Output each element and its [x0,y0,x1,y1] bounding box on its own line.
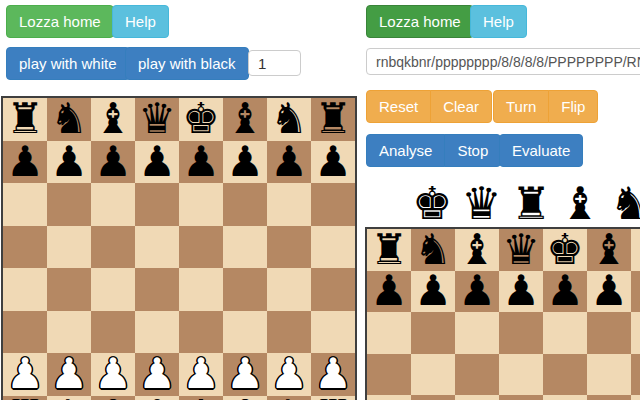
board-square[interactable] [311,183,355,226]
board-square[interactable]: ♝ [223,98,267,141]
board-square[interactable] [47,183,91,226]
board-square[interactable] [411,395,455,400]
board-square[interactable] [631,312,640,354]
board-square[interactable] [223,311,267,354]
white-pawn[interactable]: ♟ [50,353,88,395]
board-square[interactable] [311,226,355,269]
black-rook[interactable]: ♜ [314,98,352,140]
white-king[interactable]: ♚ [182,396,220,400]
board-square[interactable]: ♛ [499,229,543,271]
black-knight[interactable]: ♞ [634,229,640,271]
board-square[interactable]: ♟ [587,271,631,313]
board-square[interactable]: ♞ [47,98,91,141]
black-rook[interactable]: ♜ [370,229,408,271]
board-square[interactable] [135,311,179,354]
board-square[interactable] [367,312,411,354]
board-square[interactable] [47,311,91,354]
board-square[interactable]: ♚ [543,229,587,271]
palette-black-knight[interactable]: ♞ [609,181,640,226]
board-square[interactable] [135,183,179,226]
board-square[interactable]: ♚ [179,396,223,400]
black-bishop[interactable]: ♝ [590,229,628,271]
palette-black-bishop[interactable]: ♝ [560,181,600,226]
black-pawn[interactable]: ♟ [370,270,408,312]
board-square[interactable]: ♝ [223,396,267,400]
board-square[interactable]: ♟ [91,353,135,396]
board-square[interactable]: ♟ [267,141,311,184]
play-with-white-button[interactable]: play with white [6,47,130,80]
reset-clear-group: Reset Clear [366,90,492,123]
board-square[interactable] [455,354,499,396]
black-pawn[interactable]: ♟ [546,270,584,312]
board-square[interactable]: ♝ [91,98,135,141]
board-square[interactable] [3,311,47,354]
board-square[interactable]: ♜ [3,98,47,141]
white-pawn[interactable]: ♟ [226,353,264,395]
board-square[interactable] [179,226,223,269]
board-square[interactable] [223,183,267,226]
board-square[interactable] [267,268,311,311]
white-pawn[interactable]: ♟ [138,353,176,395]
board-square[interactable]: ♞ [411,229,455,271]
board-square[interactable]: ♞ [267,396,311,400]
board-square[interactable]: ♟ [91,141,135,184]
board-square[interactable] [499,354,543,396]
help-button[interactable]: Help [470,5,527,38]
board-square[interactable]: ♜ [367,229,411,271]
board-square[interactable]: ♟ [223,141,267,184]
board-square[interactable] [91,226,135,269]
board-square[interactable] [499,312,543,354]
black-pawn[interactable]: ♟ [182,141,220,183]
board-square[interactable]: ♟ [311,353,355,396]
board-square[interactable]: ♛ [135,98,179,141]
board-square[interactable] [543,395,587,400]
white-queen[interactable]: ♛ [138,396,176,400]
board-square[interactable]: ♟ [311,141,355,184]
board-square[interactable]: ♞ [267,98,311,141]
board-square[interactable] [367,354,411,396]
board-square[interactable]: ♝ [455,229,499,271]
board-square[interactable]: ♞ [47,396,91,400]
white-knight[interactable]: ♞ [50,396,88,400]
board-square[interactable] [367,395,411,400]
stop-button[interactable]: Stop [444,134,501,167]
board-square[interactable]: ♟ [179,141,223,184]
palette-black-queen[interactable]: ♛ [461,181,501,226]
black-pawn[interactable]: ♟ [634,270,640,312]
board-square[interactable]: ♚ [179,98,223,141]
board-square[interactable]: ♟ [631,271,640,313]
board-square[interactable] [91,183,135,226]
board-square[interactable] [179,183,223,226]
white-pawn[interactable]: ♟ [94,353,132,395]
black-pawn[interactable]: ♟ [414,270,452,312]
board-square[interactable] [543,354,587,396]
board-square[interactable]: ♟ [135,141,179,184]
black-queen[interactable]: ♛ [502,229,540,271]
board-square[interactable] [455,312,499,354]
board-square[interactable]: ♟ [367,271,411,313]
board-square[interactable] [135,268,179,311]
board-square[interactable] [587,312,631,354]
analyse-button[interactable]: Analyse [366,134,445,167]
black-pawn[interactable]: ♟ [502,270,540,312]
board-square[interactable]: ♟ [179,353,223,396]
board-square[interactable]: ♜ [311,396,355,400]
reset-button[interactable]: Reset [366,90,431,123]
board-square[interactable]: ♜ [3,396,47,400]
board-square[interactable]: ♛ [135,396,179,400]
board-square[interactable] [267,311,311,354]
board-square[interactable]: ♟ [47,353,91,396]
board-square[interactable]: ♝ [91,396,135,400]
board-square[interactable] [587,354,631,396]
board-square[interactable] [47,226,91,269]
board-square[interactable]: ♟ [411,271,455,313]
analyse-stop-group: Analyse Stop [366,134,501,167]
clear-button[interactable]: Clear [430,90,492,123]
board-square[interactable] [3,226,47,269]
black-bishop[interactable]: ♝ [458,229,496,271]
black-knight[interactable]: ♞ [414,229,452,271]
palette-black-rook[interactable]: ♜ [511,181,551,226]
black-pawn[interactable]: ♟ [270,141,308,183]
board-square[interactable] [223,268,267,311]
board-square[interactable]: ♟ [455,271,499,313]
turn-flip-group: Turn Flip [493,90,598,123]
black-pawn[interactable]: ♟ [458,270,496,312]
white-bishop[interactable]: ♝ [226,396,264,400]
board-square[interactable] [179,268,223,311]
black-king[interactable]: ♚ [182,98,220,140]
white-pawn[interactable]: ♟ [182,353,220,395]
move-time-input[interactable] [248,50,301,76]
board-square[interactable]: ♟ [223,353,267,396]
black-pawn[interactable]: ♟ [6,141,44,183]
board-square[interactable] [91,268,135,311]
black-pawn[interactable]: ♟ [590,270,628,312]
white-bishop[interactable]: ♝ [94,396,132,400]
white-pawn[interactable]: ♟ [270,353,308,395]
board-square[interactable]: ♟ [499,271,543,313]
play-with-black-button[interactable]: play with black [125,47,249,80]
black-bishop[interactable]: ♝ [94,98,132,140]
black-rook[interactable]: ♜ [6,98,44,140]
turn-button[interactable]: Turn [493,90,549,123]
board-square[interactable] [311,268,355,311]
board-square[interactable]: ♟ [543,271,587,313]
white-rook[interactable]: ♜ [314,396,352,400]
palette-black-king[interactable]: ♚ [412,181,452,226]
piece-palette: ♚♛♜♝♞♟ [367,181,640,226]
board-square[interactable]: ♟ [135,353,179,396]
help-button[interactable]: Help [112,5,169,38]
black-knight[interactable]: ♞ [270,98,308,140]
black-pawn[interactable]: ♟ [138,141,176,183]
board-square[interactable]: ♜ [311,98,355,141]
setup-board[interactable]: ♜♞♝♛♚♝♞♜♟♟♟♟♟♟♟♟♟♟♟♟♟♟♟♟♜♞♝♛♚♝♞♜ [365,227,640,400]
black-pawn[interactable]: ♟ [94,141,132,183]
white-pawn[interactable]: ♟ [6,353,44,395]
board-square[interactable] [3,268,47,311]
board-square[interactable] [179,311,223,354]
board-square[interactable] [3,183,47,226]
board-square[interactable] [135,226,179,269]
board-square[interactable]: ♞ [631,229,640,271]
flip-button[interactable]: Flip [548,90,598,123]
board-square[interactable] [311,311,355,354]
board-square[interactable] [411,354,455,396]
board-square[interactable] [267,183,311,226]
board-square[interactable] [411,312,455,354]
board-square[interactable]: ♟ [267,353,311,396]
board-square[interactable] [543,312,587,354]
board-square[interactable]: ♟ [47,141,91,184]
black-pawn[interactable]: ♟ [314,141,352,183]
lozza-home-button[interactable]: Lozza home [6,5,114,38]
board-square[interactable] [499,395,543,400]
board-square[interactable]: ♟ [3,353,47,396]
white-pawn[interactable]: ♟ [314,353,352,395]
white-knight[interactable]: ♞ [270,396,308,400]
black-pawn[interactable]: ♟ [50,141,88,183]
lozza-home-button[interactable]: Lozza home [366,5,474,38]
play-board[interactable]: ♜♞♝♛♚♝♞♜♟♟♟♟♟♟♟♟♟♟♟♟♟♟♟♟♜♞♝♛♚♝♞♜ [1,96,357,400]
board-square[interactable]: ♝ [587,229,631,271]
board-square[interactable] [631,395,640,400]
fen-input[interactable] [366,48,640,75]
board-square[interactable] [267,226,311,269]
black-queen[interactable]: ♛ [138,98,176,140]
board-square[interactable] [223,226,267,269]
black-pawn[interactable]: ♟ [226,141,264,183]
black-king[interactable]: ♚ [546,229,584,271]
board-square[interactable]: ♟ [3,141,47,184]
board-square[interactable] [91,311,135,354]
black-knight[interactable]: ♞ [50,98,88,140]
white-rook[interactable]: ♜ [6,396,44,400]
evaluate-button[interactable]: Evaluate [499,134,583,167]
board-square[interactable] [47,268,91,311]
board-square[interactable] [587,395,631,400]
board-square[interactable] [455,395,499,400]
board-square[interactable] [631,354,640,396]
black-bishop[interactable]: ♝ [226,98,264,140]
